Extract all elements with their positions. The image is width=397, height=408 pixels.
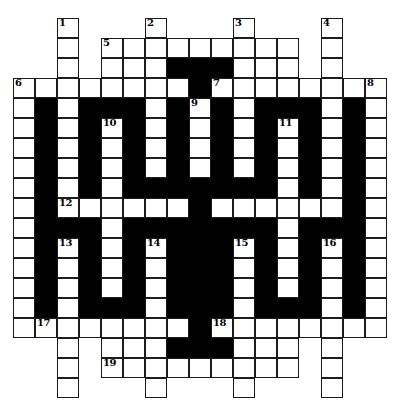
letter-cell-15-3[interactable] xyxy=(79,318,101,338)
letter-cell-11-16[interactable] xyxy=(365,238,387,258)
void-cell-18-16 xyxy=(365,378,387,398)
block-cell-5-9 xyxy=(211,118,233,138)
void-cell-0-0 xyxy=(13,18,35,38)
letter-cell-1-11[interactable] xyxy=(255,38,277,58)
letter-cell-16-2[interactable] xyxy=(57,338,79,358)
letter-cell-12-12[interactable] xyxy=(277,258,299,278)
letter-cell-8-16[interactable] xyxy=(365,178,387,198)
letter-cell-3-16[interactable]: 8 xyxy=(365,78,387,98)
block-cell-4-5 xyxy=(123,98,145,118)
letter-cell-13-2[interactable] xyxy=(57,278,79,298)
block-cell-11-8 xyxy=(189,238,211,258)
clue-number-4: 4 xyxy=(323,17,329,29)
block-cell-10-5 xyxy=(123,218,145,238)
block-cell-2-9 xyxy=(211,58,233,78)
block-cell-6-13 xyxy=(299,138,321,158)
void-cell-0-12 xyxy=(277,18,299,38)
block-cell-14-15 xyxy=(343,298,365,318)
letter-cell-7-16[interactable] xyxy=(365,158,387,178)
letter-cell-3-3[interactable] xyxy=(79,78,101,98)
letter-cell-3-6[interactable] xyxy=(145,78,167,98)
block-cell-8-7 xyxy=(167,178,189,198)
block-cell-12-5 xyxy=(123,258,145,278)
letter-cell-9-11[interactable] xyxy=(255,198,277,218)
letter-cell-12-0[interactable] xyxy=(13,258,35,278)
void-cell-0-4 xyxy=(101,18,123,38)
letter-cell-4-8[interactable]: 9 xyxy=(189,98,211,118)
block-cell-10-7 xyxy=(167,218,189,238)
letter-cell-9-14[interactable] xyxy=(321,198,343,218)
block-cell-12-9 xyxy=(211,258,233,278)
letter-cell-3-2[interactable] xyxy=(57,78,79,98)
letter-cell-4-10[interactable] xyxy=(233,98,255,118)
block-cell-10-15 xyxy=(343,218,365,238)
letter-cell-9-6[interactable] xyxy=(145,198,167,218)
letter-cell-17-9[interactable] xyxy=(211,358,233,378)
block-cell-15-8 xyxy=(189,318,211,338)
letter-cell-9-9[interactable] xyxy=(211,198,233,218)
clue-number-17: 17 xyxy=(37,317,50,329)
letter-cell-2-4[interactable] xyxy=(101,58,123,78)
void-cell-16-3 xyxy=(79,338,101,358)
block-cell-5-7 xyxy=(167,118,189,138)
void-cell-18-15 xyxy=(343,378,365,398)
letter-cell-9-2[interactable]: 12 xyxy=(57,198,79,218)
letter-cell-7-6[interactable] xyxy=(145,158,167,178)
block-cell-4-11 xyxy=(255,98,277,118)
letter-cell-7-14[interactable] xyxy=(321,158,343,178)
letter-cell-11-6[interactable]: 14 xyxy=(145,238,167,258)
letter-cell-11-10[interactable]: 15 xyxy=(233,238,255,258)
letter-cell-14-10[interactable] xyxy=(233,298,255,318)
block-cell-14-11 xyxy=(255,298,277,318)
letter-cell-15-9[interactable]: 18 xyxy=(211,318,233,338)
block-cell-12-1 xyxy=(35,258,57,278)
letter-cell-2-14[interactable] xyxy=(321,58,343,78)
block-cell-8-6 xyxy=(145,178,167,198)
void-cell-0-5 xyxy=(123,18,145,38)
void-cell-1-15 xyxy=(343,38,365,58)
block-cell-11-5 xyxy=(123,238,145,258)
letter-cell-8-0[interactable] xyxy=(13,178,35,198)
letter-cell-14-0[interactable] xyxy=(13,298,35,318)
letter-cell-14-14[interactable] xyxy=(321,298,343,318)
letter-cell-1-5[interactable] xyxy=(123,38,145,58)
letter-cell-13-14[interactable] xyxy=(321,278,343,298)
block-cell-13-11 xyxy=(255,278,277,298)
letter-cell-5-8[interactable] xyxy=(189,118,211,138)
letter-cell-9-7[interactable] xyxy=(167,198,189,218)
letter-cell-15-6[interactable] xyxy=(145,318,167,338)
void-cell-0-16 xyxy=(365,18,387,38)
block-cell-16-8 xyxy=(189,338,211,358)
block-cell-12-3 xyxy=(79,258,101,278)
letter-cell-0-14[interactable]: 4 xyxy=(321,18,343,38)
letter-cell-4-6[interactable] xyxy=(145,98,167,118)
letter-cell-6-12[interactable] xyxy=(277,138,299,158)
void-cell-0-7 xyxy=(167,18,189,38)
block-cell-2-7 xyxy=(167,58,189,78)
letter-cell-6-6[interactable] xyxy=(145,138,167,158)
letter-cell-6-14[interactable] xyxy=(321,138,343,158)
letter-cell-1-8[interactable] xyxy=(189,38,211,58)
void-cell-2-3 xyxy=(79,58,101,78)
letter-cell-13-0[interactable] xyxy=(13,278,35,298)
void-cell-16-15 xyxy=(343,338,365,358)
block-cell-11-11 xyxy=(255,238,277,258)
letter-cell-7-4[interactable] xyxy=(101,158,123,178)
void-cell-17-16 xyxy=(365,358,387,378)
letter-cell-14-6[interactable] xyxy=(145,298,167,318)
letter-cell-0-2[interactable]: 1 xyxy=(57,18,79,38)
block-cell-11-3 xyxy=(79,238,101,258)
letter-cell-11-14[interactable]: 16 xyxy=(321,238,343,258)
letter-cell-1-9[interactable] xyxy=(211,38,233,58)
letter-cell-17-14[interactable] xyxy=(321,358,343,378)
letter-cell-18-14[interactable] xyxy=(321,378,343,398)
letter-cell-3-7[interactable] xyxy=(167,78,189,98)
letter-cell-1-2[interactable] xyxy=(57,38,79,58)
letter-cell-13-12[interactable] xyxy=(277,278,299,298)
block-cell-4-9 xyxy=(211,98,233,118)
clue-number-18: 18 xyxy=(213,317,226,329)
letter-cell-18-2[interactable] xyxy=(57,378,79,398)
block-cell-9-15 xyxy=(343,198,365,218)
letter-cell-12-10[interactable] xyxy=(233,258,255,278)
letter-cell-5-10[interactable] xyxy=(233,118,255,138)
letter-cell-10-4[interactable] xyxy=(101,218,123,238)
letter-cell-1-12[interactable] xyxy=(277,38,299,58)
void-cell-16-1 xyxy=(35,338,57,358)
void-cell-0-3 xyxy=(79,18,101,38)
letter-cell-9-10[interactable] xyxy=(233,198,255,218)
clue-number-2: 2 xyxy=(147,17,153,29)
letter-cell-3-9[interactable]: 7 xyxy=(211,78,233,98)
void-cell-0-15 xyxy=(343,18,365,38)
block-cell-10-9 xyxy=(211,218,233,238)
void-cell-0-8 xyxy=(189,18,211,38)
letter-cell-12-2[interactable] xyxy=(57,258,79,278)
letter-cell-13-10[interactable] xyxy=(233,278,255,298)
block-cell-2-8 xyxy=(189,58,211,78)
letter-cell-3-14[interactable] xyxy=(321,78,343,98)
block-cell-14-5 xyxy=(123,298,145,318)
letter-cell-16-14[interactable] xyxy=(321,338,343,358)
block-cell-13-9 xyxy=(211,278,233,298)
block-cell-14-12 xyxy=(277,298,299,318)
letter-cell-7-8[interactable] xyxy=(189,158,211,178)
letter-cell-3-5[interactable] xyxy=(123,78,145,98)
block-cell-13-5 xyxy=(123,278,145,298)
letter-cell-13-4[interactable] xyxy=(101,278,123,298)
letter-cell-16-4[interactable] xyxy=(101,338,123,358)
block-cell-10-6 xyxy=(145,218,167,238)
void-cell-2-1 xyxy=(35,58,57,78)
letter-cell-4-16[interactable] xyxy=(365,98,387,118)
block-cell-14-3 xyxy=(79,298,101,318)
letter-cell-18-6[interactable] xyxy=(145,378,167,398)
block-cell-4-7 xyxy=(167,98,189,118)
letter-cell-6-2[interactable] xyxy=(57,138,79,158)
letter-cell-3-13[interactable] xyxy=(299,78,321,98)
void-cell-2-13 xyxy=(299,58,321,78)
letter-cell-15-5[interactable] xyxy=(123,318,145,338)
clue-number-16: 16 xyxy=(323,237,336,249)
letter-cell-15-1[interactable]: 17 xyxy=(35,318,57,338)
letter-cell-9-3[interactable] xyxy=(79,198,101,218)
letter-cell-6-4[interactable] xyxy=(101,138,123,158)
letter-cell-4-0[interactable] xyxy=(13,98,35,118)
block-cell-3-8 xyxy=(189,78,211,98)
block-cell-8-11 xyxy=(255,178,277,198)
letter-cell-7-2[interactable] xyxy=(57,158,79,178)
letter-cell-2-6[interactable] xyxy=(145,58,167,78)
letter-cell-17-4[interactable]: 19 xyxy=(101,358,123,378)
letter-cell-11-0[interactable] xyxy=(13,238,35,258)
void-cell-17-13 xyxy=(299,358,321,378)
letter-cell-1-14[interactable] xyxy=(321,38,343,58)
letter-cell-13-6[interactable] xyxy=(145,278,167,298)
letter-cell-17-10[interactable] xyxy=(233,358,255,378)
letter-cell-15-12[interactable] xyxy=(277,318,299,338)
void-cell-18-12 xyxy=(277,378,299,398)
void-cell-16-16 xyxy=(365,338,387,358)
block-cell-14-7 xyxy=(167,298,189,318)
block-cell-13-15 xyxy=(343,278,365,298)
block-cell-5-13 xyxy=(299,118,321,138)
void-cell-2-16 xyxy=(365,58,387,78)
letter-cell-2-11[interactable] xyxy=(255,58,277,78)
letter-cell-10-12[interactable] xyxy=(277,218,299,238)
block-cell-13-8 xyxy=(189,278,211,298)
block-cell-6-5 xyxy=(123,138,145,158)
void-cell-16-13 xyxy=(299,338,321,358)
block-cell-7-11 xyxy=(255,158,277,178)
letter-cell-17-12[interactable] xyxy=(277,358,299,378)
letter-cell-6-16[interactable] xyxy=(365,138,387,158)
clue-number-19: 19 xyxy=(103,357,116,369)
letter-cell-15-16[interactable] xyxy=(365,318,387,338)
letter-cell-17-2[interactable] xyxy=(57,358,79,378)
letter-cell-15-15[interactable] xyxy=(343,318,365,338)
letter-cell-12-6[interactable] xyxy=(145,258,167,278)
clue-number-15: 15 xyxy=(235,237,248,249)
void-cell-0-13 xyxy=(299,18,321,38)
block-cell-10-2 xyxy=(57,218,79,238)
letter-cell-1-7[interactable] xyxy=(167,38,189,58)
letter-cell-15-4[interactable] xyxy=(101,318,123,338)
letter-cell-5-6[interactable] xyxy=(145,118,167,138)
void-cell-18-0 xyxy=(13,378,35,398)
letter-cell-12-4[interactable] xyxy=(101,258,123,278)
letter-cell-3-12[interactable] xyxy=(277,78,299,98)
letter-cell-9-4[interactable] xyxy=(101,198,123,218)
letter-cell-4-14[interactable] xyxy=(321,98,343,118)
letter-cell-13-16[interactable] xyxy=(365,278,387,298)
letter-cell-2-10[interactable] xyxy=(233,58,255,78)
letter-cell-3-0[interactable]: 6 xyxy=(13,78,35,98)
block-cell-14-8 xyxy=(189,298,211,318)
letter-cell-11-4[interactable] xyxy=(101,238,123,258)
block-cell-10-13 xyxy=(299,218,321,238)
block-cell-10-1 xyxy=(35,218,57,238)
block-cell-12-11 xyxy=(255,258,277,278)
clue-number-1: 1 xyxy=(59,17,65,29)
void-cell-1-0 xyxy=(13,38,35,58)
letter-cell-9-16[interactable] xyxy=(365,198,387,218)
letter-cell-17-11[interactable] xyxy=(255,358,277,378)
void-cell-1-3 xyxy=(79,38,101,58)
letter-cell-11-2[interactable]: 13 xyxy=(57,238,79,258)
letter-cell-5-16[interactable] xyxy=(365,118,387,138)
letter-cell-7-12[interactable] xyxy=(277,158,299,178)
letter-cell-7-0[interactable] xyxy=(13,158,35,178)
clue-number-5: 5 xyxy=(103,37,109,49)
block-cell-10-10 xyxy=(233,218,255,238)
letter-cell-1-10[interactable] xyxy=(233,38,255,58)
block-cell-8-9 xyxy=(211,178,233,198)
void-cell-1-13 xyxy=(299,38,321,58)
void-cell-18-7 xyxy=(167,378,189,398)
letter-cell-17-7[interactable] xyxy=(167,358,189,378)
letter-cell-15-10[interactable] xyxy=(233,318,255,338)
letter-cell-3-15[interactable] xyxy=(343,78,365,98)
block-cell-11-15 xyxy=(343,238,365,258)
letter-cell-5-4[interactable]: 10 xyxy=(101,118,123,138)
letter-cell-6-10[interactable] xyxy=(233,138,255,158)
letter-cell-16-10[interactable] xyxy=(233,338,255,358)
clue-number-3: 3 xyxy=(235,17,241,29)
void-cell-17-3 xyxy=(79,358,101,378)
letter-cell-15-11[interactable] xyxy=(255,318,277,338)
block-cell-6-7 xyxy=(167,138,189,158)
block-cell-10-14 xyxy=(321,218,343,238)
block-cell-4-13 xyxy=(299,98,321,118)
letter-cell-14-2[interactable] xyxy=(57,298,79,318)
letter-cell-17-5[interactable] xyxy=(123,358,145,378)
clue-number-7: 7 xyxy=(213,77,219,89)
clue-number-6: 6 xyxy=(15,77,21,89)
block-cell-16-7 xyxy=(167,338,189,358)
block-cell-14-13 xyxy=(299,298,321,318)
letter-cell-6-0[interactable] xyxy=(13,138,35,158)
letter-cell-0-10[interactable]: 3 xyxy=(233,18,255,38)
block-cell-14-9 xyxy=(211,298,233,318)
letter-cell-7-10[interactable] xyxy=(233,158,255,178)
letter-cell-8-4[interactable] xyxy=(101,178,123,198)
void-cell-2-15 xyxy=(343,58,365,78)
void-cell-17-15 xyxy=(343,358,365,378)
letter-cell-15-2[interactable] xyxy=(57,318,79,338)
letter-cell-2-2[interactable] xyxy=(57,58,79,78)
block-cell-11-9 xyxy=(211,238,233,258)
letter-cell-3-10[interactable] xyxy=(233,78,255,98)
void-cell-18-4 xyxy=(101,378,123,398)
void-cell-2-0 xyxy=(13,58,35,78)
letter-cell-2-12[interactable] xyxy=(277,58,299,78)
letter-cell-15-14[interactable] xyxy=(321,318,343,338)
block-cell-8-3 xyxy=(79,178,101,198)
letter-cell-15-13[interactable] xyxy=(299,318,321,338)
block-cell-5-5 xyxy=(123,118,145,138)
letter-cell-12-16[interactable] xyxy=(365,258,387,278)
block-cell-13-13 xyxy=(299,278,321,298)
letter-cell-16-11[interactable] xyxy=(255,338,277,358)
block-cell-10-8 xyxy=(189,218,211,238)
letter-cell-17-8[interactable] xyxy=(189,358,211,378)
letter-cell-18-10[interactable] xyxy=(233,378,255,398)
block-cell-10-11 xyxy=(255,218,277,238)
void-cell-16-0 xyxy=(13,338,35,358)
block-cell-4-1 xyxy=(35,98,57,118)
block-cell-11-13 xyxy=(299,238,321,258)
void-cell-0-1 xyxy=(35,18,57,38)
block-cell-6-1 xyxy=(35,138,57,158)
letter-cell-1-6[interactable] xyxy=(145,38,167,58)
letter-cell-9-13[interactable] xyxy=(299,198,321,218)
void-cell-17-1 xyxy=(35,358,57,378)
letter-cell-0-6[interactable]: 2 xyxy=(145,18,167,38)
letter-cell-1-4[interactable]: 5 xyxy=(101,38,123,58)
letter-cell-9-12[interactable] xyxy=(277,198,299,218)
letter-cell-11-12[interactable] xyxy=(277,238,299,258)
letter-cell-4-2[interactable] xyxy=(57,98,79,118)
block-cell-11-1 xyxy=(35,238,57,258)
letter-cell-3-1[interactable] xyxy=(35,78,57,98)
void-cell-18-3 xyxy=(79,378,101,398)
letter-cell-17-6[interactable] xyxy=(145,358,167,378)
block-cell-7-9 xyxy=(211,158,233,178)
block-cell-7-1 xyxy=(35,158,57,178)
letter-cell-14-16[interactable] xyxy=(365,298,387,318)
clue-number-10: 10 xyxy=(103,117,116,129)
void-cell-18-13 xyxy=(299,378,321,398)
letter-cell-16-6[interactable] xyxy=(145,338,167,358)
clue-number-13: 13 xyxy=(59,237,72,249)
letter-cell-2-5[interactable] xyxy=(123,58,145,78)
letter-cell-8-14[interactable] xyxy=(321,178,343,198)
letter-cell-6-8[interactable] xyxy=(189,138,211,158)
void-cell-0-11 xyxy=(255,18,277,38)
letter-cell-16-5[interactable] xyxy=(123,338,145,358)
block-cell-12-15 xyxy=(343,258,365,278)
letter-cell-8-12[interactable] xyxy=(277,178,299,198)
letter-cell-16-12[interactable] xyxy=(277,338,299,358)
block-cell-6-15 xyxy=(343,138,365,158)
void-cell-18-1 xyxy=(35,378,57,398)
block-cell-4-15 xyxy=(343,98,365,118)
letter-cell-9-0[interactable] xyxy=(13,198,35,218)
letter-cell-9-5[interactable] xyxy=(123,198,145,218)
clue-number-9: 9 xyxy=(191,97,197,109)
letter-cell-5-2[interactable] xyxy=(57,118,79,138)
letter-cell-5-0[interactable] xyxy=(13,118,35,138)
void-cell-18-11 xyxy=(255,378,277,398)
letter-cell-5-14[interactable] xyxy=(321,118,343,138)
letter-cell-15-7[interactable] xyxy=(167,318,189,338)
letter-cell-5-12[interactable]: 11 xyxy=(277,118,299,138)
letter-cell-12-14[interactable] xyxy=(321,258,343,278)
letter-cell-8-2[interactable] xyxy=(57,178,79,198)
letter-cell-10-16[interactable] xyxy=(365,218,387,238)
letter-cell-3-4[interactable] xyxy=(101,78,123,98)
block-cell-11-7 xyxy=(167,238,189,258)
letter-cell-15-0[interactable] xyxy=(13,318,35,338)
block-cell-14-1 xyxy=(35,298,57,318)
letter-cell-3-11[interactable] xyxy=(255,78,277,98)
clue-number-14: 14 xyxy=(147,237,160,249)
letter-cell-10-0[interactable] xyxy=(13,218,35,238)
